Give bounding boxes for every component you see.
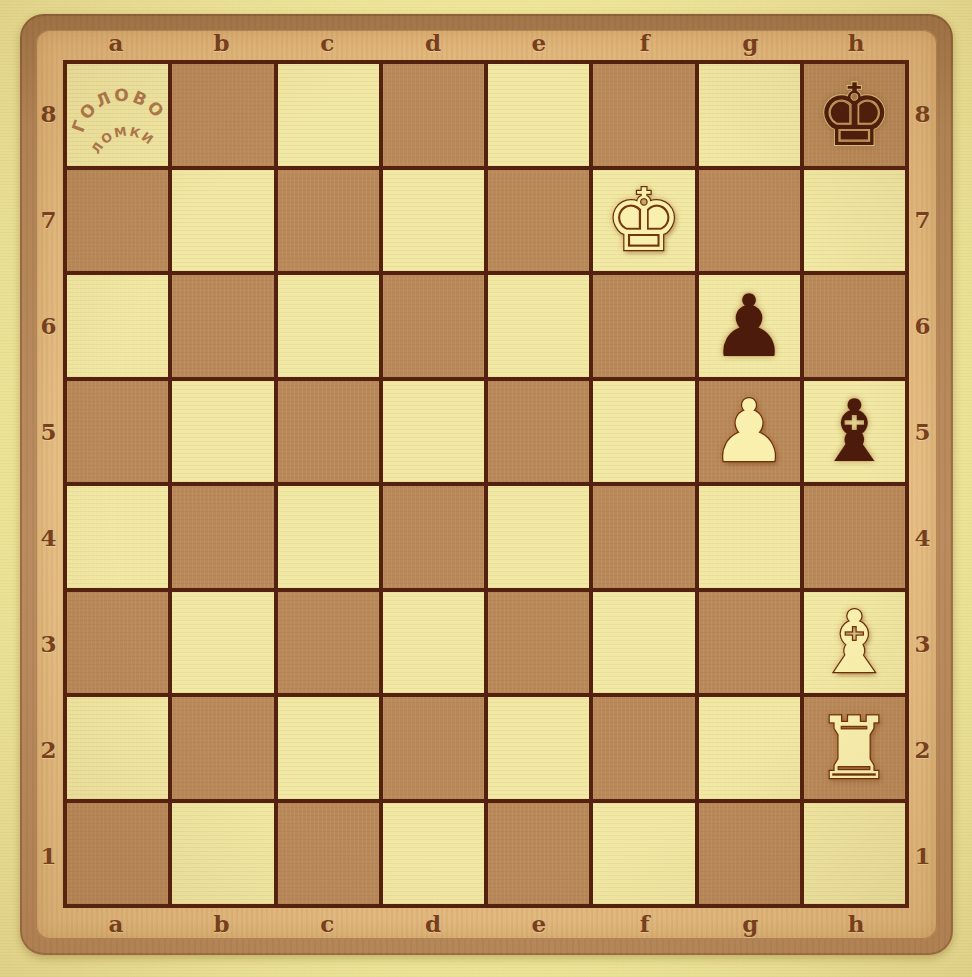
square-b8[interactable]	[172, 64, 273, 166]
square-d4[interactable]	[383, 486, 484, 588]
square-e3[interactable]	[488, 592, 589, 694]
square-f4[interactable]	[593, 486, 694, 588]
square-g6[interactable]: ♟	[699, 275, 800, 377]
square-h5[interactable]: ♝	[804, 381, 905, 483]
square-g1[interactable]	[699, 803, 800, 905]
file-labels-bottom: abcdefgh	[63, 908, 909, 939]
file-label-a: a	[63, 27, 169, 58]
square-d3[interactable]	[383, 592, 484, 694]
rank-label-1: 1	[34, 802, 63, 908]
file-label-c: c	[275, 27, 381, 58]
square-d1[interactable]	[383, 803, 484, 905]
square-f6[interactable]	[593, 275, 694, 377]
square-a8[interactable]: ГОЛОВО ЛОМКИ	[67, 64, 168, 166]
square-f2[interactable]	[593, 697, 694, 799]
square-d8[interactable]	[383, 64, 484, 166]
rank-labels-left: 87654321	[34, 60, 63, 908]
square-a2[interactable]	[67, 697, 168, 799]
rank-label-3: 3	[908, 590, 937, 696]
square-b3[interactable]	[172, 592, 273, 694]
square-e1[interactable]	[488, 803, 589, 905]
file-label-h: h	[803, 908, 909, 939]
square-b2[interactable]	[172, 697, 273, 799]
square-c8[interactable]	[278, 64, 379, 166]
square-c3[interactable]	[278, 592, 379, 694]
square-d7[interactable]	[383, 170, 484, 272]
square-g7[interactable]	[699, 170, 800, 272]
square-d5[interactable]	[383, 381, 484, 483]
rank-label-2: 2	[908, 696, 937, 802]
square-g3[interactable]	[699, 592, 800, 694]
square-b4[interactable]	[172, 486, 273, 588]
square-g5[interactable]: ♟	[699, 381, 800, 483]
file-label-d: d	[380, 27, 486, 58]
square-b1[interactable]	[172, 803, 273, 905]
rank-label-2: 2	[34, 696, 63, 802]
square-f7[interactable]: ♚	[593, 170, 694, 272]
rank-label-5: 5	[908, 378, 937, 484]
rank-label-3: 3	[34, 590, 63, 696]
square-g4[interactable]	[699, 486, 800, 588]
square-c4[interactable]	[278, 486, 379, 588]
square-e4[interactable]	[488, 486, 589, 588]
chessboard-photo: abcdefgh abcdefgh 87654321 87654321 ГОЛО…	[0, 0, 972, 977]
square-e5[interactable]	[488, 381, 589, 483]
square-a7[interactable]	[67, 170, 168, 272]
file-label-g: g	[698, 908, 804, 939]
rank-label-1: 1	[908, 802, 937, 908]
white-king[interactable]: ♚	[605, 177, 682, 263]
square-a5[interactable]	[67, 381, 168, 483]
rank-labels-right: 87654321	[908, 60, 937, 908]
golovolomki-logo: ГОЛОВО ЛОМКИ	[60, 57, 176, 173]
rank-label-7: 7	[34, 166, 63, 272]
square-f1[interactable]	[593, 803, 694, 905]
white-bishop[interactable]: ♝	[816, 599, 893, 685]
file-label-f: f	[592, 27, 698, 58]
file-label-e: e	[486, 27, 592, 58]
file-label-h: h	[803, 27, 909, 58]
square-b5[interactable]	[172, 381, 273, 483]
square-c6[interactable]	[278, 275, 379, 377]
file-label-g: g	[698, 27, 804, 58]
square-e8[interactable]	[488, 64, 589, 166]
rank-label-6: 6	[908, 272, 937, 378]
file-label-d: d	[380, 908, 486, 939]
file-label-f: f	[592, 908, 698, 939]
white-pawn[interactable]: ♟	[711, 388, 788, 474]
square-e2[interactable]	[488, 697, 589, 799]
square-b6[interactable]	[172, 275, 273, 377]
square-g8[interactable]	[699, 64, 800, 166]
square-f8[interactable]	[593, 64, 694, 166]
square-a1[interactable]	[67, 803, 168, 905]
square-e7[interactable]	[488, 170, 589, 272]
square-h1[interactable]	[804, 803, 905, 905]
square-h6[interactable]	[804, 275, 905, 377]
square-h8[interactable]: ♚	[804, 64, 905, 166]
square-h3[interactable]: ♝	[804, 592, 905, 694]
rank-label-8: 8	[908, 60, 937, 166]
square-h2[interactable]: ♜	[804, 697, 905, 799]
square-c1[interactable]	[278, 803, 379, 905]
square-c7[interactable]	[278, 170, 379, 272]
square-b7[interactable]	[172, 170, 273, 272]
square-d2[interactable]	[383, 697, 484, 799]
black-bishop[interactable]: ♝	[816, 388, 893, 474]
square-f5[interactable]	[593, 381, 694, 483]
square-h4[interactable]	[804, 486, 905, 588]
file-label-a: a	[63, 908, 169, 939]
square-a3[interactable]	[67, 592, 168, 694]
rank-label-8: 8	[34, 60, 63, 166]
black-pawn[interactable]: ♟	[711, 283, 788, 369]
rank-label-7: 7	[908, 166, 937, 272]
file-label-b: b	[169, 27, 275, 58]
file-labels-top: abcdefgh	[63, 27, 909, 58]
white-rook[interactable]: ♜	[816, 705, 893, 791]
rank-label-4: 4	[34, 484, 63, 590]
square-g2[interactable]	[699, 697, 800, 799]
square-h7[interactable]	[804, 170, 905, 272]
square-a6[interactable]	[67, 275, 168, 377]
rank-label-5: 5	[34, 378, 63, 484]
file-label-b: b	[169, 908, 275, 939]
square-e6[interactable]	[488, 275, 589, 377]
square-c5[interactable]	[278, 381, 379, 483]
square-a4[interactable]	[67, 486, 168, 588]
rank-label-4: 4	[908, 484, 937, 590]
square-c2[interactable]	[278, 697, 379, 799]
file-label-e: e	[486, 908, 592, 939]
file-label-c: c	[275, 908, 381, 939]
logo-text-line2: ЛОМКИ	[85, 118, 159, 158]
chess-board: ГОЛОВО ЛОМКИ ♚♚♟♟♝♝♜	[63, 60, 909, 908]
square-f3[interactable]	[593, 592, 694, 694]
square-d6[interactable]	[383, 275, 484, 377]
rank-label-6: 6	[34, 272, 63, 378]
black-king[interactable]: ♚	[816, 72, 893, 158]
